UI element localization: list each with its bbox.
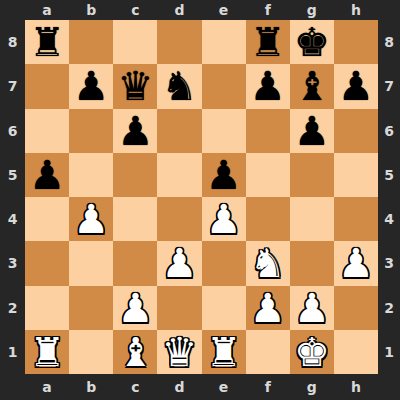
square-f5[interactable] [246,153,290,197]
square-b1[interactable] [69,330,113,374]
square-a6[interactable] [25,109,69,153]
piece-black-pawn-h7[interactable]: ♟ [338,64,374,108]
square-e2[interactable] [202,286,246,330]
square-h7[interactable]: ♟ [334,64,378,108]
square-b8[interactable] [69,20,113,64]
square-f1[interactable] [246,330,290,374]
piece-black-king-g8[interactable]: ♚ [294,20,330,64]
square-g1[interactable]: ♚ [290,330,334,374]
square-g7[interactable]: ♝ [290,64,334,108]
square-d1[interactable]: ♛ [157,330,201,374]
rank-label-6-left: 6 [0,109,25,153]
square-e5[interactable]: ♟ [202,153,246,197]
square-h4[interactable] [334,197,378,241]
square-b7[interactable]: ♟ [69,64,113,108]
piece-white-rook-e1[interactable]: ♜ [206,330,242,374]
square-h6[interactable] [334,109,378,153]
square-a7[interactable] [25,64,69,108]
file-label-f-bottom: f [246,374,290,400]
piece-white-pawn-g2[interactable]: ♟ [294,286,330,330]
square-a1[interactable]: ♜ [25,330,69,374]
square-d2[interactable] [157,286,201,330]
square-g3[interactable] [290,241,334,285]
square-g5[interactable] [290,153,334,197]
piece-black-rook-f8[interactable]: ♜ [250,20,286,64]
square-f4[interactable] [246,197,290,241]
file-label-d-bottom: d [157,374,201,400]
file-label-e-bottom: e [202,374,246,400]
square-g8[interactable]: ♚ [290,20,334,64]
file-label-h-bottom: h [334,374,378,400]
square-c8[interactable] [113,20,157,64]
piece-black-pawn-g6[interactable]: ♟ [294,109,330,153]
piece-white-queen-d1[interactable]: ♛ [162,330,198,374]
file-label-e-top: e [202,0,246,20]
piece-white-pawn-h3[interactable]: ♟ [338,241,374,285]
piece-white-pawn-b4[interactable]: ♟ [73,197,109,241]
file-label-b-bottom: b [69,374,113,400]
rank-label-4-right: 4 [378,197,400,241]
rank-label-8-left: 8 [0,20,25,64]
piece-black-pawn-b7[interactable]: ♟ [73,64,109,108]
rank-label-3-right: 3 [378,241,400,285]
file-label-c-top: c [113,0,157,20]
square-c1[interactable]: ♝ [113,330,157,374]
file-label-g-bottom: g [290,374,334,400]
square-c7[interactable]: ♛ [113,64,157,108]
square-e1[interactable]: ♜ [202,330,246,374]
rank-label-6-right: 6 [378,109,400,153]
square-h1[interactable] [334,330,378,374]
square-d8[interactable] [157,20,201,64]
square-b3[interactable] [69,241,113,285]
piece-white-pawn-f2[interactable]: ♟ [250,286,286,330]
piece-white-king-g1[interactable]: ♚ [294,330,330,374]
piece-black-knight-d7[interactable]: ♞ [162,64,198,108]
rank-label-5-left: 5 [0,153,25,197]
square-a8[interactable]: ♜ [25,20,69,64]
piece-black-pawn-a5[interactable]: ♟ [29,153,65,197]
square-c3[interactable] [113,241,157,285]
piece-black-pawn-f7[interactable]: ♟ [250,64,286,108]
piece-black-pawn-e5[interactable]: ♟ [206,153,242,197]
file-label-a-bottom: a [25,374,69,400]
square-d5[interactable] [157,153,201,197]
piece-white-knight-f3[interactable]: ♞ [250,241,286,285]
rank-label-7-right: 7 [378,64,400,108]
file-label-b-top: b [69,0,113,20]
square-f7[interactable]: ♟ [246,64,290,108]
square-f6[interactable] [246,109,290,153]
square-h3[interactable]: ♟ [334,241,378,285]
square-b6[interactable] [69,109,113,153]
square-e6[interactable] [202,109,246,153]
square-h8[interactable] [334,20,378,64]
piece-black-rook-a8[interactable]: ♜ [29,20,65,64]
rank-label-8-right: 8 [378,20,400,64]
piece-white-pawn-e4[interactable]: ♟ [206,197,242,241]
piece-white-pawn-c2[interactable]: ♟ [117,286,153,330]
rank-label-7-left: 7 [0,64,25,108]
file-label-d-top: d [157,0,201,20]
square-g4[interactable] [290,197,334,241]
square-e4[interactable]: ♟ [202,197,246,241]
square-d3[interactable]: ♟ [157,241,201,285]
square-a2[interactable] [25,286,69,330]
square-e3[interactable] [202,241,246,285]
square-b5[interactable] [69,153,113,197]
square-g6[interactable]: ♟ [290,109,334,153]
square-c5[interactable] [113,153,157,197]
square-b2[interactable] [69,286,113,330]
square-g2[interactable]: ♟ [290,286,334,330]
square-f2[interactable]: ♟ [246,286,290,330]
square-b4[interactable]: ♟ [69,197,113,241]
square-f3[interactable]: ♞ [246,241,290,285]
piece-white-rook-a1[interactable]: ♜ [29,330,65,374]
square-f8[interactable]: ♜ [246,20,290,64]
chess-board-frame: aabbccddeeffgghh8877665544332211♜♜♚♟♛♞♟♝… [0,0,400,400]
square-a4[interactable] [25,197,69,241]
file-label-a-top: a [25,0,69,20]
square-h5[interactable] [334,153,378,197]
square-c4[interactable] [113,197,157,241]
piece-black-pawn-c6[interactable]: ♟ [117,109,153,153]
square-e8[interactable] [202,20,246,64]
square-d6[interactable] [157,109,201,153]
square-c6[interactable]: ♟ [113,109,157,153]
square-d7[interactable]: ♞ [157,64,201,108]
rank-label-3-left: 3 [0,241,25,285]
square-a3[interactable] [25,241,69,285]
rank-label-1-right: 1 [378,330,400,374]
rank-label-5-right: 5 [378,153,400,197]
square-d4[interactable] [157,197,201,241]
file-label-c-bottom: c [113,374,157,400]
file-label-g-top: g [290,0,334,20]
square-e7[interactable] [202,64,246,108]
piece-black-queen-c7[interactable]: ♛ [117,64,153,108]
rank-label-4-left: 4 [0,197,25,241]
rank-label-2-left: 2 [0,286,25,330]
square-c2[interactable]: ♟ [113,286,157,330]
piece-black-bishop-g7[interactable]: ♝ [294,64,330,108]
rank-label-2-right: 2 [378,286,400,330]
file-label-h-top: h [334,0,378,20]
square-h2[interactable] [334,286,378,330]
piece-white-pawn-d3[interactable]: ♟ [162,241,198,285]
square-a5[interactable]: ♟ [25,153,69,197]
piece-white-bishop-c1[interactable]: ♝ [117,330,153,374]
rank-label-1-left: 1 [0,330,25,374]
file-label-f-top: f [246,0,290,20]
